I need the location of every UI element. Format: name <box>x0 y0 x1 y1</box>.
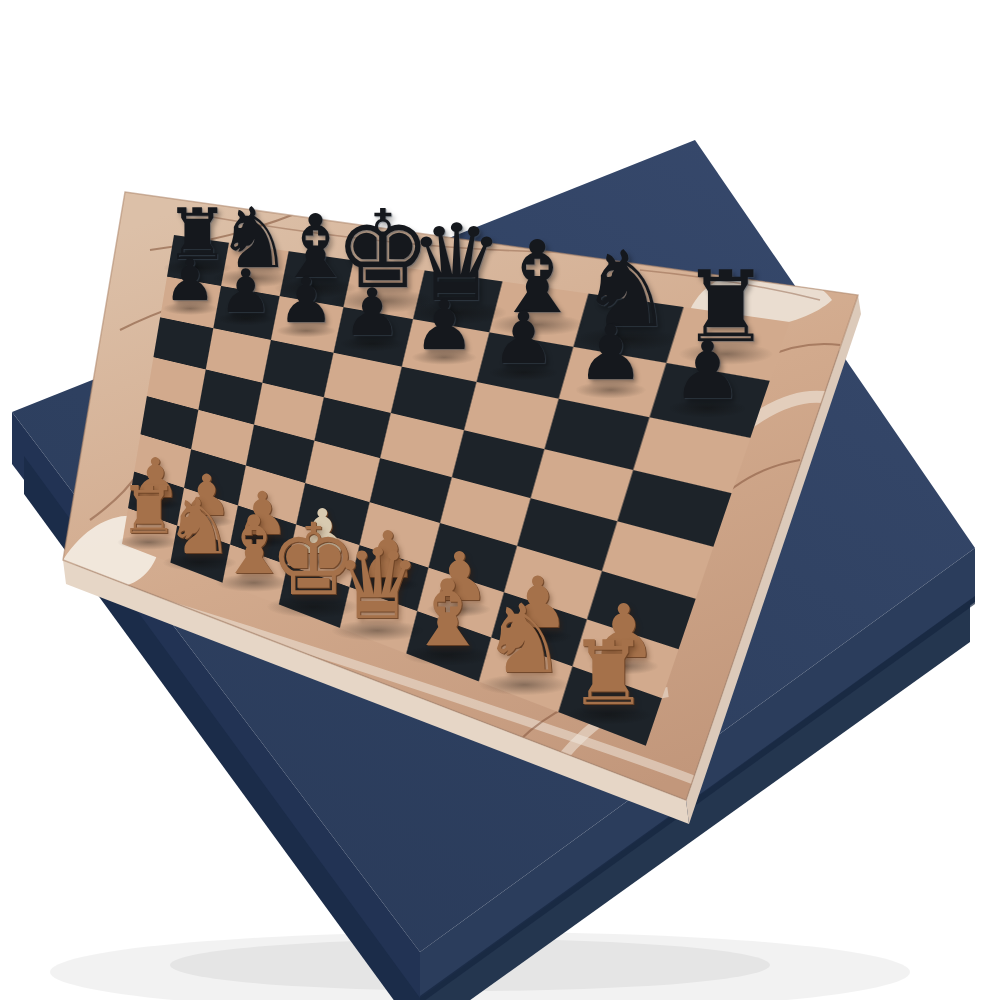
chess-piece-black-pawn-c7: ♟ <box>278 270 334 333</box>
chess-piece-brown-bishop-f1: ♝ <box>407 567 489 658</box>
chess-piece-black-pawn-a7: ♟ <box>164 252 216 310</box>
product-photo-stage: ♜♞♝♚♛♝♞♜♟♟♟♟♟♟♟♟♟♟♟♟♟♟♟♟♜♞♝♚♛♝♞♜ <box>0 0 1000 1000</box>
chess-piece-black-pawn-f7: ♟ <box>491 303 555 375</box>
chess-piece-brown-knight-g1: ♞ <box>481 592 567 688</box>
chess-piece-black-pawn-g7: ♟ <box>577 316 645 392</box>
chess-piece-black-pawn-e7: ♟ <box>414 291 475 360</box>
chess-piece-brown-rook-h1: ♜ <box>569 629 649 718</box>
chess-piece-black-pawn-b7: ♟ <box>219 261 273 321</box>
chess-piece-black-pawn-h7: ♟ <box>672 331 743 411</box>
chess-piece-black-pawn-d7: ♟ <box>343 280 402 345</box>
